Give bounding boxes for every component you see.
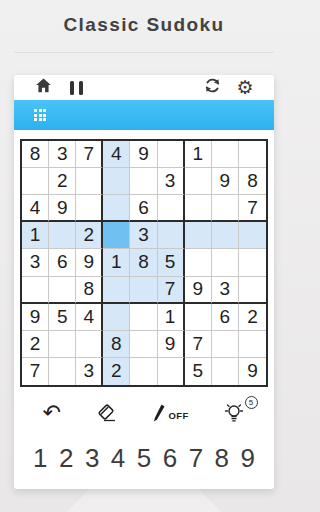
sudoku-cell-r8c8[interactable] [212, 331, 239, 358]
bottom-toolbar: ↶ OFF [14, 399, 274, 431]
sudoku-cell-r6c4[interactable] [103, 277, 130, 304]
sudoku-cell-r5c8[interactable] [212, 249, 239, 276]
numpad-button-1[interactable]: 1 [33, 443, 47, 473]
numpad-button-4[interactable]: 4 [111, 443, 125, 473]
home-icon [34, 76, 53, 99]
numpad-button-2[interactable]: 2 [59, 443, 73, 473]
sudoku-cell-r1c6[interactable] [158, 141, 185, 168]
numpad: 123456789 [14, 443, 274, 473]
undo-icon: ↶ [42, 402, 60, 424]
numpad-button-8[interactable]: 8 [215, 443, 229, 473]
sudoku-cell-r8c9[interactable] [239, 331, 266, 358]
sudoku-cell-r2c3[interactable] [76, 168, 103, 195]
hint-count-badge: 5 [245, 396, 258, 409]
numpad-button-7[interactable]: 7 [189, 443, 203, 473]
sudoku-cell-r2c1[interactable] [22, 168, 49, 195]
top-toolbar: ⚙ [14, 75, 274, 100]
sudoku-cell-r3c2[interactable]: 9 [49, 195, 76, 222]
sudoku-cell-r8c7[interactable]: 7 [185, 331, 212, 358]
sudoku-cell-r6c1[interactable] [22, 277, 49, 304]
sudoku-cell-r6c9[interactable] [239, 277, 266, 304]
sudoku-cell-r4c2[interactable] [49, 222, 76, 249]
sudoku-cell-r1c3[interactable]: 7 [76, 141, 103, 168]
sudoku-cell-r7c2[interactable]: 5 [49, 304, 76, 331]
sudoku-cell-r7c5[interactable] [130, 304, 157, 331]
sudoku-cell-r3c9[interactable]: 7 [239, 195, 266, 222]
sudoku-board: 8374912398496712336918587939541622897732… [20, 139, 268, 387]
pencil-icon [151, 402, 167, 428]
sudoku-cell-r4c7[interactable] [185, 222, 212, 249]
sudoku-cell-r9c6[interactable] [158, 358, 185, 385]
sudoku-cell-r7c6[interactable]: 1 [158, 304, 185, 331]
sudoku-cell-r5c7[interactable] [185, 249, 212, 276]
sudoku-cell-r4c9[interactable] [239, 222, 266, 249]
sudoku-cell-r4c3[interactable]: 2 [76, 222, 103, 249]
restart-icon [203, 76, 222, 99]
sudoku-cell-r7c8[interactable]: 6 [212, 304, 239, 331]
sudoku-cell-r5c9[interactable] [239, 249, 266, 276]
sudoku-cell-r2c4[interactable] [103, 168, 130, 195]
sudoku-cell-r4c8[interactable] [212, 222, 239, 249]
sudoku-cell-r8c4[interactable]: 8 [103, 331, 130, 358]
lightbulb-icon [222, 400, 246, 430]
eraser-icon [94, 401, 118, 429]
sudoku-cell-r3c4[interactable] [103, 195, 130, 222]
sudoku-cell-r9c2[interactable] [49, 358, 76, 385]
sudoku-cell-r8c6[interactable]: 9 [158, 331, 185, 358]
pencil-button[interactable]: OFF [151, 400, 189, 430]
sudoku-cell-r3c1[interactable]: 4 [22, 195, 49, 222]
hint-button[interactable]: 5 [222, 400, 246, 430]
sudoku-cell-r3c8[interactable] [212, 195, 239, 222]
numpad-button-5[interactable]: 5 [137, 443, 151, 473]
sudoku-cell-r2c8[interactable]: 9 [212, 168, 239, 195]
sudoku-cell-r6c6[interactable]: 7 [158, 277, 185, 304]
sudoku-cell-r3c5[interactable]: 6 [130, 195, 157, 222]
sudoku-cell-r5c6[interactable]: 5 [158, 249, 185, 276]
sudoku-cell-r4c6[interactable] [158, 222, 185, 249]
sudoku-cell-r1c9[interactable] [239, 141, 266, 168]
sudoku-cell-r3c3[interactable] [76, 195, 103, 222]
numpad-button-6[interactable]: 6 [163, 443, 177, 473]
grid-icon[interactable] [34, 109, 46, 121]
title-divider [14, 52, 274, 53]
sudoku-cell-r7c1[interactable]: 9 [22, 304, 49, 331]
sudoku-cell-r6c8[interactable]: 3 [212, 277, 239, 304]
sudoku-cell-r1c7[interactable]: 1 [185, 141, 212, 168]
sudoku-cell-r3c7[interactable] [185, 195, 212, 222]
sudoku-cell-r8c3[interactable] [76, 331, 103, 358]
sudoku-cell-r9c5[interactable] [130, 358, 157, 385]
restart-button[interactable] [202, 78, 222, 98]
sudoku-cell-r1c1[interactable]: 8 [22, 141, 49, 168]
sudoku-cell-r2c5[interactable] [130, 168, 157, 195]
sudoku-cell-r2c2[interactable]: 2 [49, 168, 76, 195]
sudoku-cell-r9c9[interactable]: 9 [239, 358, 266, 385]
gear-icon: ⚙ [236, 78, 253, 98]
numpad-button-9[interactable]: 9 [241, 443, 255, 473]
pause-icon [70, 81, 83, 95]
sudoku-cell-r1c2[interactable]: 3 [49, 141, 76, 168]
sudoku-cell-r9c1[interactable]: 7 [22, 358, 49, 385]
sudoku-cell-r8c5[interactable] [130, 331, 157, 358]
sudoku-cell-r6c2[interactable] [49, 277, 76, 304]
sudoku-cell-r6c5[interactable] [130, 277, 157, 304]
sudoku-cell-r9c3[interactable]: 3 [76, 358, 103, 385]
sudoku-cell-r2c6[interactable]: 3 [158, 168, 185, 195]
sudoku-cell-r6c3[interactable]: 8 [76, 277, 103, 304]
sudoku-cell-r2c9[interactable]: 8 [239, 168, 266, 195]
sudoku-cell-r9c8[interactable] [212, 358, 239, 385]
sudoku-cell-r1c4[interactable]: 4 [103, 141, 130, 168]
eraser-button[interactable] [94, 400, 118, 430]
sudoku-cell-r7c3[interactable]: 4 [76, 304, 103, 331]
sudoku-cell-r1c5[interactable]: 9 [130, 141, 157, 168]
home-button[interactable] [33, 78, 53, 98]
sudoku-cell-r9c7[interactable]: 5 [185, 358, 212, 385]
sudoku-cell-r8c1[interactable]: 2 [22, 331, 49, 358]
board-header-bar [14, 100, 274, 130]
sudoku-cell-r4c4[interactable] [103, 222, 130, 249]
undo-button[interactable]: ↶ [42, 400, 60, 430]
sudoku-cell-r7c7[interactable] [185, 304, 212, 331]
sudoku-cell-r5c3[interactable]: 9 [76, 249, 103, 276]
sudoku-cell-r8c2[interactable] [49, 331, 76, 358]
sudoku-cell-r7c9[interactable]: 2 [239, 304, 266, 331]
sudoku-cell-r4c5[interactable]: 3 [130, 222, 157, 249]
sudoku-cell-r3c6[interactable] [158, 195, 185, 222]
pause-button[interactable] [66, 78, 86, 98]
numpad-button-3[interactable]: 3 [85, 443, 99, 473]
sudoku-cell-r6c7[interactable]: 9 [185, 277, 212, 304]
sudoku-cell-r2c7[interactable] [185, 168, 212, 195]
sudoku-cell-r9c4[interactable]: 2 [103, 358, 130, 385]
sudoku-cell-r5c2[interactable]: 6 [49, 249, 76, 276]
sudoku-cell-r5c5[interactable]: 8 [130, 249, 157, 276]
sudoku-cell-r7c4[interactable] [103, 304, 130, 331]
pencil-state-label: OFF [169, 410, 189, 421]
game-card: ⚙ 83749123984967123369185879395416228977… [14, 75, 274, 489]
sudoku-cell-r4c1[interactable]: 1 [22, 222, 49, 249]
page-title: Classic Sudoku [0, 14, 288, 36]
sudoku-cell-r5c1[interactable]: 3 [22, 249, 49, 276]
sudoku-cell-r1c8[interactable] [212, 141, 239, 168]
sudoku-cell-r5c4[interactable]: 1 [103, 249, 130, 276]
settings-button[interactable]: ⚙ [235, 78, 255, 98]
